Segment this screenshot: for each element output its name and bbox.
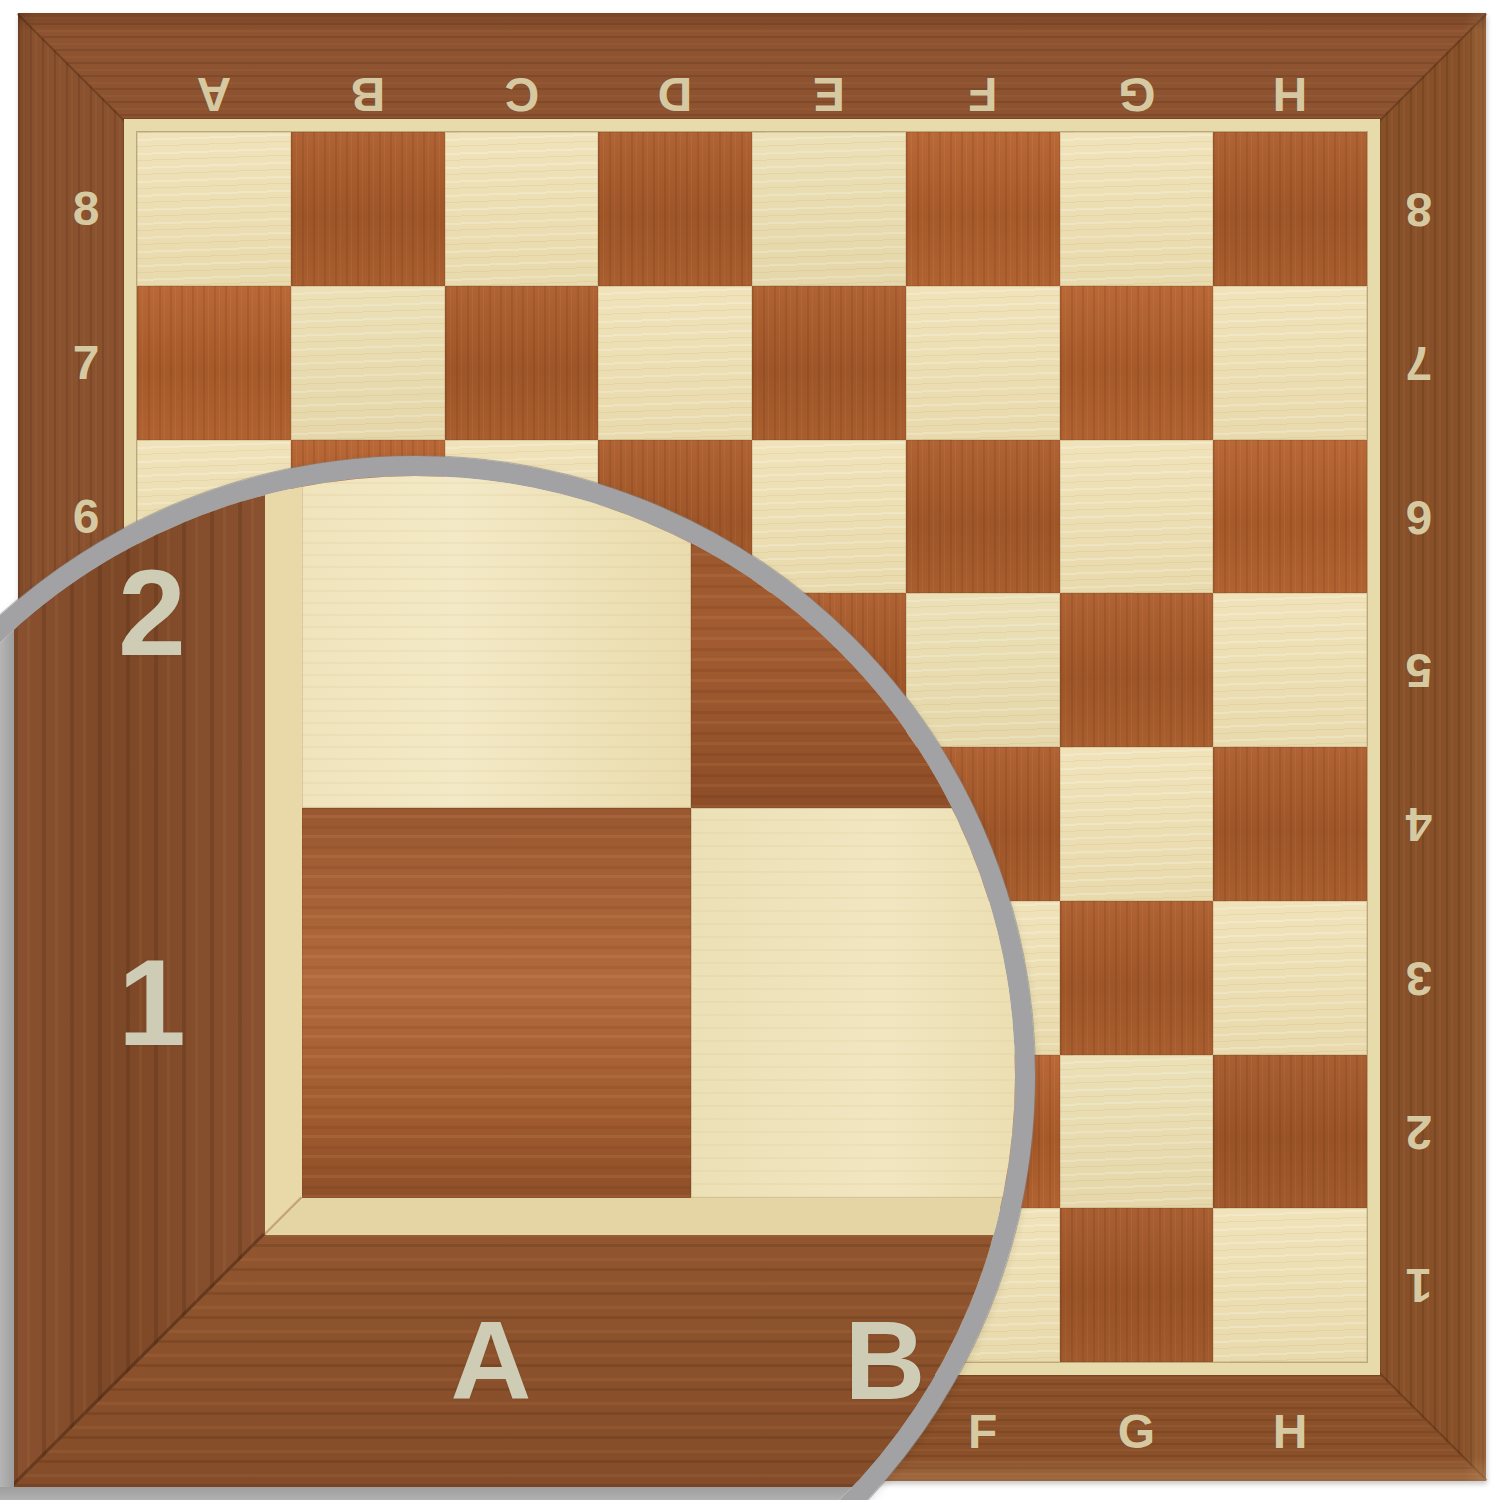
- square-g3: [1060, 901, 1214, 1055]
- square-g4: [1060, 747, 1214, 901]
- square-e7: [752, 286, 906, 440]
- square-h2: [1213, 1055, 1367, 1209]
- rank-right-label-7: 7: [1366, 286, 1472, 440]
- file-top-label-a: A: [137, 42, 291, 148]
- square-c8: [445, 132, 599, 286]
- square-d7: [598, 286, 752, 440]
- rank-labels-right: 87654321: [1380, 132, 1486, 1362]
- square-f8: [906, 132, 1060, 286]
- magnified-inner-border-horizontal: [265, 1198, 1015, 1235]
- magnified-inner-border-vertical: [265, 476, 302, 1235]
- rank-right-label-4: 4: [1366, 747, 1472, 901]
- magnified-file-label-b: B: [845, 1305, 926, 1417]
- rank-right-label-8: 8: [1366, 132, 1472, 286]
- square-g5: [1060, 593, 1214, 747]
- rank-right-label-1: 1: [1366, 1208, 1472, 1362]
- square-h4: [1213, 747, 1367, 901]
- square-g8: [1060, 132, 1214, 286]
- square-b8: [291, 132, 445, 286]
- rank-left-label-7: 7: [33, 286, 139, 440]
- square-f7: [906, 286, 1060, 440]
- square-g2: [1060, 1055, 1214, 1209]
- magnified-board-edge-shadow-bottom: [0, 1487, 1015, 1500]
- magnified-file-label-a: A: [451, 1305, 532, 1417]
- rank-right-label-6: 6: [1366, 440, 1472, 594]
- square-c7: [445, 286, 599, 440]
- magnified-board-edge-shadow-left: [0, 476, 14, 1500]
- square-d8: [598, 132, 752, 286]
- file-top-label-h: H: [1213, 42, 1367, 148]
- file-top-label-c: C: [445, 42, 599, 148]
- rank-right-label-5: 5: [1366, 593, 1472, 747]
- file-top-label-d: D: [598, 42, 752, 148]
- square-g7: [1060, 286, 1214, 440]
- file-top-label-b: B: [291, 42, 445, 148]
- square-b7: [291, 286, 445, 440]
- rank-right-label-3: 3: [1366, 901, 1472, 1055]
- rank-right-label-2: 2: [1366, 1055, 1472, 1209]
- magnified-rank-label-1: 1: [118, 942, 186, 1064]
- file-top-label-g: G: [1060, 42, 1214, 148]
- file-bottom-label-g: G: [1060, 1378, 1214, 1484]
- magnified-square-a2: [302, 456, 691, 808]
- square-g6: [1060, 440, 1214, 594]
- product-photo: { "game": "chess", "position": "8/8/8/8/…: [0, 0, 1500, 1500]
- square-e8: [752, 132, 906, 286]
- square-h5: [1213, 593, 1367, 747]
- square-h6: [1213, 440, 1367, 594]
- square-h3: [1213, 901, 1367, 1055]
- magnified-rank-label-2: 2: [118, 552, 186, 674]
- file-labels-top: ABCDEFGH: [137, 13, 1367, 119]
- square-a8: [137, 132, 291, 286]
- square-a7: [137, 286, 291, 440]
- file-top-label-e: E: [752, 42, 906, 148]
- square-g1: [1060, 1208, 1214, 1362]
- square-e6: [752, 440, 906, 594]
- file-bottom-label-h: H: [1213, 1378, 1367, 1484]
- square-h1: [1213, 1208, 1367, 1362]
- square-f6: [906, 440, 1060, 594]
- magnified-square-a1: [302, 808, 691, 1198]
- square-h8: [1213, 132, 1367, 286]
- square-h7: [1213, 286, 1367, 440]
- square-f5: [906, 593, 1060, 747]
- rank-left-label-8: 8: [33, 132, 139, 286]
- file-top-label-f: F: [906, 42, 1060, 148]
- magnified-square-b1: [691, 808, 1035, 1198]
